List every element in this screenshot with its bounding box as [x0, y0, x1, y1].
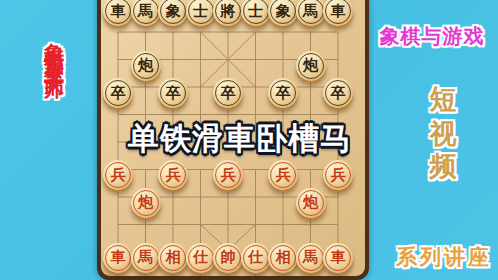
piece-character: 車: [111, 4, 126, 19]
piece-character: 兵: [276, 168, 291, 183]
piece-character: 兵: [111, 168, 126, 183]
piece-character: 象: [166, 4, 181, 19]
piece-character: 將: [221, 4, 236, 19]
piece-character: 卒: [166, 86, 181, 101]
piece-character: 卒: [276, 86, 291, 101]
piece-character: 炮: [138, 58, 153, 73]
xiangqi-piece-red[interactable]: 車: [103, 243, 133, 273]
piece-character: 馬: [303, 250, 318, 265]
xiangqi-piece-black[interactable]: 卒: [268, 78, 298, 108]
piece-character: 兵: [331, 168, 346, 183]
xiangqi-piece-black[interactable]: 炮: [131, 51, 161, 81]
video-thumbnail: 象棋布局百变弃子大师 車馬象士將士象馬車炮炮卒卒卒卒卒兵兵兵兵兵炮炮車馬相仕帥仕…: [0, 0, 498, 280]
xiangqi-piece-black[interactable]: 馬: [296, 0, 326, 26]
xiangqi-piece-black[interactable]: 炮: [296, 51, 326, 81]
piece-character: 馬: [303, 4, 318, 19]
piece-character: 馬: [138, 250, 153, 265]
piece-character: 仕: [193, 250, 208, 265]
right-banner-footer: 系列讲座: [384, 243, 498, 271]
left-banner-text: 象棋布局百变弃子大师: [42, 27, 69, 67]
piece-character: 車: [111, 250, 126, 265]
piece-character: 馬: [138, 4, 153, 19]
piece-character: 帥: [221, 250, 236, 265]
xiangqi-piece-black[interactable]: 馬: [131, 0, 161, 26]
xiangqi-piece-red[interactable]: 仕: [241, 243, 271, 273]
piece-character: 士: [193, 4, 208, 19]
piece-character: 車: [331, 4, 346, 19]
xiangqi-piece-red[interactable]: 帥: [213, 243, 243, 273]
xiangqi-piece-red[interactable]: 馬: [131, 243, 161, 273]
piece-character: 兵: [166, 168, 181, 183]
piece-character: 仕: [248, 250, 263, 265]
piece-character: 卒: [111, 86, 126, 101]
xiangqi-piece-red[interactable]: 炮: [131, 188, 161, 218]
piece-character: 炮: [138, 195, 153, 210]
xiangqi-piece-black[interactable]: 士: [186, 0, 216, 26]
piece-character: 卒: [221, 86, 236, 101]
right-banner-subtitle: 短视频: [425, 64, 461, 163]
xiangqi-piece-black[interactable]: 卒: [213, 78, 243, 108]
piece-character: 炮: [303, 58, 318, 73]
xiangqi-piece-red[interactable]: 馬: [296, 243, 326, 273]
xiangqi-piece-red[interactable]: 相: [158, 243, 188, 273]
xiangqi-piece-red[interactable]: 仕: [186, 243, 216, 273]
xiangqi-piece-red[interactable]: 車: [323, 243, 353, 273]
piece-character: 炮: [303, 195, 318, 210]
xiangqi-piece-black[interactable]: 卒: [323, 78, 353, 108]
xiangqi-piece-black[interactable]: 卒: [103, 78, 133, 108]
piece-character: 士: [248, 4, 263, 19]
video-title-overlay: 单铁滑車卧槽马: [110, 118, 370, 160]
right-banner-title: 象棋与游戏: [367, 23, 497, 50]
piece-character: 相: [166, 250, 181, 265]
piece-character: 象: [276, 4, 291, 19]
piece-character: 車: [331, 250, 346, 265]
piece-character: 兵: [221, 168, 236, 183]
piece-character: 卒: [331, 86, 346, 101]
piece-character: 相: [276, 250, 291, 265]
xiangqi-piece-red[interactable]: 相: [268, 243, 298, 273]
xiangqi-piece-red[interactable]: 炮: [296, 188, 326, 218]
xiangqi-piece-black[interactable]: 士: [241, 0, 271, 26]
xiangqi-piece-black[interactable]: 卒: [158, 78, 188, 108]
